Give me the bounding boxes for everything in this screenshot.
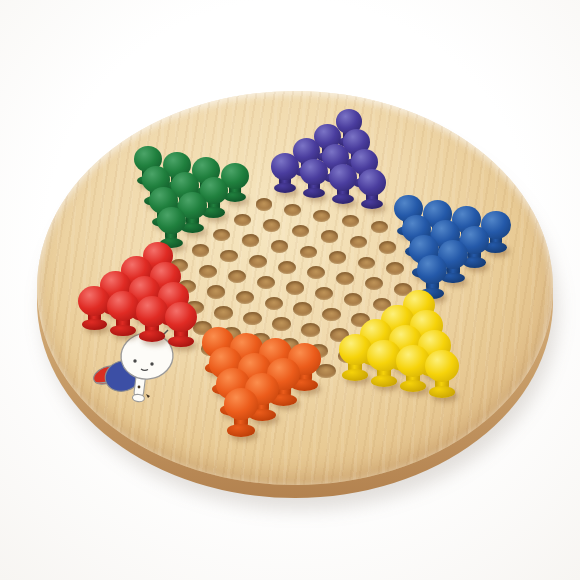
peg-red[interactable] — [136, 296, 168, 341]
board-hole[interactable] — [365, 277, 383, 290]
peg-head — [165, 302, 197, 333]
board-hole[interactable] — [242, 234, 260, 247]
board-hole[interactable] — [214, 306, 233, 320]
peg-purple[interactable] — [300, 159, 328, 199]
peg-base — [342, 369, 368, 381]
peg-purple[interactable] — [271, 153, 299, 192]
peg-base — [82, 319, 107, 330]
peg-head — [300, 159, 328, 186]
peg-red[interactable] — [107, 291, 139, 336]
photo-scene — [0, 0, 580, 580]
board-hole[interactable] — [350, 236, 368, 249]
peg-base — [139, 330, 165, 342]
peg-red[interactable] — [165, 302, 197, 348]
board-hole[interactable] — [371, 221, 388, 234]
board-hole[interactable] — [243, 312, 262, 326]
board-hole[interactable] — [207, 285, 225, 298]
peg-base — [168, 336, 194, 348]
board-hole[interactable] — [228, 270, 246, 283]
board-hole[interactable] — [342, 215, 359, 227]
peg-base — [303, 188, 325, 198]
peg-head — [329, 164, 357, 191]
board-hole[interactable] — [272, 317, 291, 331]
board-hole[interactable] — [300, 246, 318, 259]
board-hole[interactable] — [292, 225, 309, 238]
peg-base — [227, 424, 255, 437]
peg-head — [271, 153, 299, 179]
peg-base — [110, 325, 135, 336]
board-hole[interactable] — [199, 265, 217, 278]
board-hole[interactable] — [236, 291, 255, 304]
board-hole[interactable] — [249, 255, 267, 268]
peg-head — [78, 286, 110, 316]
board-hole[interactable] — [256, 198, 273, 210]
board-hole[interactable] — [293, 302, 312, 316]
board-hole[interactable] — [257, 276, 275, 289]
board-hole[interactable] — [315, 287, 333, 300]
board-hole[interactable] — [329, 251, 347, 264]
peg-head — [224, 388, 259, 421]
board-hole[interactable] — [192, 244, 210, 257]
board-hole[interactable] — [213, 229, 230, 242]
board-hole[interactable] — [284, 204, 301, 216]
peg-base — [332, 194, 355, 204]
board-hole[interactable] — [265, 297, 284, 310]
board-hole[interactable] — [313, 210, 330, 222]
board-hole[interactable] — [322, 308, 341, 322]
peg-base — [361, 199, 384, 209]
board-hole[interactable] — [220, 250, 238, 263]
board-hole[interactable] — [379, 241, 397, 254]
board-hole[interactable] — [321, 230, 339, 243]
pieces-layer — [0, 0, 580, 580]
board-hole[interactable] — [336, 272, 354, 285]
peg-head — [136, 296, 168, 326]
peg-base — [400, 380, 427, 392]
peg-base — [371, 375, 398, 387]
board-hole[interactable] — [286, 281, 304, 294]
peg-red[interactable] — [78, 286, 110, 331]
peg-head — [157, 207, 186, 235]
board-hole[interactable] — [386, 262, 404, 275]
peg-head — [425, 350, 459, 382]
peg-base — [274, 183, 296, 193]
board-hole[interactable] — [278, 261, 296, 274]
board-hole[interactable] — [307, 266, 325, 279]
board-hole[interactable] — [358, 257, 376, 270]
peg-base — [429, 386, 456, 398]
peg-orange[interactable] — [224, 388, 259, 437]
board-hole[interactable] — [234, 214, 251, 226]
board-hole[interactable] — [271, 240, 289, 253]
peg-head — [107, 291, 139, 321]
peg-purple[interactable] — [358, 169, 386, 209]
peg-head — [417, 255, 448, 284]
peg-head — [358, 169, 386, 196]
board-hole[interactable] — [263, 219, 280, 232]
peg-purple[interactable] — [329, 164, 357, 204]
peg-yellow[interactable] — [425, 350, 459, 398]
board-hole[interactable] — [344, 293, 363, 306]
board-hole[interactable] — [301, 323, 320, 337]
